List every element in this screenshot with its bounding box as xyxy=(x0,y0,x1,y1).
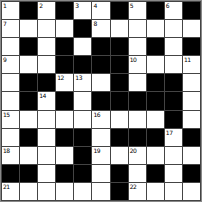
black-cell-r0c6 xyxy=(111,2,128,19)
black-cell-r7c7 xyxy=(129,129,146,146)
black-cell-r4c9 xyxy=(165,74,182,91)
cell-r0c9[interactable]: 6 xyxy=(165,2,182,19)
black-cell-r2c1 xyxy=(20,38,37,55)
cell-r6c6[interactable] xyxy=(111,111,128,128)
clue-number-14: 14 xyxy=(39,92,46,99)
cell-r6c5[interactable]: 16 xyxy=(92,111,109,128)
cell-r1c7[interactable] xyxy=(129,20,146,37)
cell-r0c5[interactable]: 4 xyxy=(92,2,109,19)
clue-number-13: 13 xyxy=(75,74,82,81)
black-cell-r7c1 xyxy=(20,129,37,146)
cell-r6c1[interactable] xyxy=(20,111,37,128)
cell-r8c0[interactable]: 18 xyxy=(2,147,19,164)
cell-r6c7[interactable] xyxy=(129,111,146,128)
cell-r3c1[interactable] xyxy=(20,56,37,73)
black-cell-r3c3 xyxy=(56,56,73,73)
black-cell-r10c6 xyxy=(111,183,128,200)
cell-r3c10[interactable]: 11 xyxy=(183,56,200,73)
cell-r8c3[interactable] xyxy=(56,147,73,164)
black-cell-r0c3 xyxy=(56,2,73,19)
clue-number-9: 9 xyxy=(3,56,6,63)
cell-r1c6[interactable] xyxy=(111,20,128,37)
black-cell-r9c0 xyxy=(2,165,19,182)
black-cell-r7c10 xyxy=(183,129,200,146)
cell-r8c6[interactable] xyxy=(111,147,128,164)
cell-r10c4[interactable] xyxy=(74,183,91,200)
cell-r5c10[interactable] xyxy=(183,92,200,109)
cell-r1c0[interactable]: 7 xyxy=(2,20,19,37)
black-cell-r9c6 xyxy=(111,165,128,182)
clue-number-22: 22 xyxy=(130,183,137,190)
cell-r1c5[interactable]: 8 xyxy=(92,20,109,37)
clue-number-15: 15 xyxy=(3,111,10,118)
cell-r0c2[interactable]: 2 xyxy=(38,2,55,19)
cell-r0c7[interactable]: 5 xyxy=(129,2,146,19)
cell-r2c0[interactable] xyxy=(2,38,19,55)
cell-r9c2[interactable] xyxy=(38,165,55,182)
black-cell-r5c8 xyxy=(147,92,164,109)
black-cell-r0c10 xyxy=(183,2,200,19)
black-cell-r4c1 xyxy=(20,74,37,91)
cell-r7c9[interactable]: 17 xyxy=(165,129,182,146)
cell-r6c8[interactable] xyxy=(147,111,164,128)
cell-r8c9[interactable] xyxy=(165,147,182,164)
cell-r8c10[interactable] xyxy=(183,147,200,164)
cell-r5c0[interactable] xyxy=(2,92,19,109)
cell-r10c9[interactable] xyxy=(165,183,182,200)
black-cell-r5c9 xyxy=(165,92,182,109)
cell-r1c9[interactable] xyxy=(165,20,182,37)
cell-r6c3[interactable] xyxy=(56,111,73,128)
clue-number-18: 18 xyxy=(3,147,10,154)
black-cell-r2c3 xyxy=(56,38,73,55)
clue-number-5: 5 xyxy=(130,2,133,9)
cell-r1c8[interactable] xyxy=(147,20,164,37)
cell-r3c7[interactable]: 10 xyxy=(129,56,146,73)
cell-r9c7[interactable] xyxy=(129,165,146,182)
black-cell-r5c6 xyxy=(111,92,128,109)
cell-r9c5[interactable] xyxy=(92,165,109,182)
cell-r5c2[interactable]: 14 xyxy=(38,92,55,109)
cell-r2c9[interactable] xyxy=(165,38,182,55)
cell-r6c10[interactable] xyxy=(183,111,200,128)
black-cell-r5c7 xyxy=(129,92,146,109)
clue-number-21: 21 xyxy=(3,183,10,190)
cell-r5c4[interactable] xyxy=(74,92,91,109)
clue-number-7: 7 xyxy=(3,20,6,27)
cell-r8c8[interactable] xyxy=(147,147,164,164)
cell-r10c0[interactable]: 21 xyxy=(2,183,19,200)
black-cell-r3c6 xyxy=(111,56,128,73)
cell-r8c2[interactable] xyxy=(38,147,55,164)
cell-r10c5[interactable] xyxy=(92,183,109,200)
clue-number-16: 16 xyxy=(93,111,100,118)
clue-number-11: 11 xyxy=(184,56,191,63)
black-cell-r8c4 xyxy=(74,147,91,164)
black-cell-r7c6 xyxy=(111,129,128,146)
crossword-grid: 12345678910111213141516171819202122 xyxy=(0,0,202,202)
clue-number-3: 3 xyxy=(75,2,78,9)
black-cell-r7c3 xyxy=(56,129,73,146)
black-cell-r5c1 xyxy=(20,92,37,109)
cell-r4c5[interactable] xyxy=(92,74,109,91)
cell-r10c10[interactable] xyxy=(183,183,200,200)
black-cell-r2c6 xyxy=(111,38,128,55)
cell-r10c8[interactable] xyxy=(147,183,164,200)
cell-r8c7[interactable]: 20 xyxy=(129,147,146,164)
cell-r3c0[interactable]: 9 xyxy=(2,56,19,73)
cell-r10c7[interactable]: 22 xyxy=(129,183,146,200)
cell-r1c10[interactable] xyxy=(183,20,200,37)
cell-r6c4[interactable] xyxy=(74,111,91,128)
black-cell-r3c4 xyxy=(74,56,91,73)
cell-r7c0[interactable] xyxy=(2,129,19,146)
black-cell-r7c8 xyxy=(147,129,164,146)
cell-r10c3[interactable] xyxy=(56,183,73,200)
black-cell-r9c3 xyxy=(56,165,73,182)
clue-number-20: 20 xyxy=(130,147,137,154)
cell-r2c2[interactable] xyxy=(38,38,55,55)
black-cell-r0c1 xyxy=(20,2,37,19)
cell-r3c2[interactable] xyxy=(38,56,55,73)
clue-number-19: 19 xyxy=(93,147,100,154)
cell-r4c4[interactable]: 13 xyxy=(74,74,91,91)
black-cell-r9c10 xyxy=(183,165,200,182)
black-cell-r7c4 xyxy=(74,129,91,146)
cell-r2c4[interactable] xyxy=(74,38,91,55)
cell-r7c2[interactable] xyxy=(38,129,55,146)
black-cell-r5c5 xyxy=(92,92,109,109)
black-cell-r2c8 xyxy=(147,38,164,55)
black-cell-r2c10 xyxy=(183,38,200,55)
cell-r4c7[interactable] xyxy=(129,74,146,91)
black-cell-r4c8 xyxy=(147,74,164,91)
cell-r6c2[interactable] xyxy=(38,111,55,128)
cell-r1c2[interactable] xyxy=(38,20,55,37)
cell-r1c1[interactable] xyxy=(20,20,37,37)
cell-r0c0[interactable]: 1 xyxy=(2,2,19,19)
black-cell-r0c8 xyxy=(147,2,164,19)
black-cell-r3c5 xyxy=(92,56,109,73)
clue-number-8: 8 xyxy=(93,20,96,27)
cell-r10c2[interactable] xyxy=(38,183,55,200)
black-cell-r9c4 xyxy=(74,165,91,182)
black-cell-r4c6 xyxy=(111,74,128,91)
black-cell-r9c8 xyxy=(147,165,164,182)
clue-number-6: 6 xyxy=(166,2,169,9)
black-cell-r4c2 xyxy=(38,74,55,91)
clue-number-2: 2 xyxy=(39,2,42,9)
clue-number-4: 4 xyxy=(93,2,96,9)
cell-r6c0[interactable]: 15 xyxy=(2,111,19,128)
cell-r4c10[interactable] xyxy=(183,74,200,91)
black-cell-r5c3 xyxy=(56,92,73,109)
black-cell-r1c4 xyxy=(74,20,91,37)
cell-r9c9[interactable] xyxy=(165,165,182,182)
clue-number-1: 1 xyxy=(3,2,6,9)
crossword-puzzle: 12345678910111213141516171819202122 xyxy=(0,0,202,202)
cell-r3c8[interactable] xyxy=(147,56,164,73)
clue-number-10: 10 xyxy=(130,56,137,63)
black-cell-r9c1 xyxy=(20,165,37,182)
clue-number-17: 17 xyxy=(166,129,173,136)
cell-r3c9[interactable] xyxy=(165,56,182,73)
cell-r1c3[interactable] xyxy=(56,20,73,37)
cell-r4c0[interactable] xyxy=(2,74,19,91)
cell-r8c5[interactable]: 19 xyxy=(92,147,109,164)
black-cell-r2c5 xyxy=(92,38,109,55)
cell-r2c7[interactable] xyxy=(129,38,146,55)
cell-r10c1[interactable] xyxy=(20,183,37,200)
black-cell-r6c9 xyxy=(165,111,182,128)
clue-number-12: 12 xyxy=(57,74,64,81)
cell-r4c3[interactable]: 12 xyxy=(56,74,73,91)
cell-r0c4[interactable]: 3 xyxy=(74,2,91,19)
cell-r8c1[interactable] xyxy=(20,147,37,164)
cell-r7c5[interactable] xyxy=(92,129,109,146)
